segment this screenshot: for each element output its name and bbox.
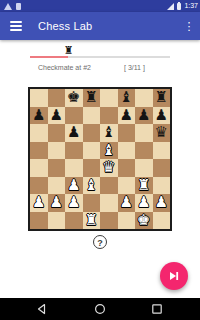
square-c5[interactable] (65, 142, 83, 160)
square-g1[interactable]: ♚ (135, 212, 153, 230)
piece-black-pawn: ♟ (137, 107, 150, 124)
piece-black-rook: ♜ (85, 89, 98, 106)
square-g4[interactable] (135, 159, 153, 177)
square-d2[interactable] (83, 194, 101, 212)
square-d6[interactable] (83, 124, 101, 142)
square-b4[interactable] (48, 159, 66, 177)
square-b2[interactable]: ♟ (48, 194, 66, 212)
square-b6[interactable] (48, 124, 66, 142)
piece-white-rook: ♜ (85, 212, 98, 229)
square-f6[interactable] (118, 124, 136, 142)
square-e2[interactable] (100, 194, 118, 212)
square-a5[interactable] (30, 142, 48, 160)
piece-black-rook: ♜ (155, 89, 168, 106)
skip-next-icon (168, 270, 180, 282)
square-c3[interactable]: ♟ (65, 177, 83, 195)
navigation-bar (0, 298, 200, 320)
piece-white-rook: ♜ (137, 177, 150, 194)
back-icon[interactable] (36, 303, 48, 315)
help-button[interactable]: ? (93, 235, 107, 249)
square-c2[interactable]: ♟ (65, 194, 83, 212)
piece-black-pawn: ♟ (155, 107, 168, 124)
square-d3[interactable]: ♝ (83, 177, 101, 195)
square-g3[interactable]: ♜ (135, 177, 153, 195)
piece-black-queen: ♛ (155, 124, 168, 141)
square-h3[interactable] (153, 177, 171, 195)
piece-white-pawn: ♟ (137, 194, 150, 211)
square-g8[interactable] (135, 89, 153, 107)
square-b3[interactable] (48, 177, 66, 195)
square-a6[interactable] (30, 124, 48, 142)
square-c1[interactable] (65, 212, 83, 230)
page-title: Chess Lab (38, 12, 92, 40)
overflow-menu-icon[interactable]: ⋮ (183, 19, 195, 33)
square-b5[interactable] (48, 142, 66, 160)
square-h6[interactable]: ♛ (153, 124, 171, 142)
square-c4[interactable] (65, 159, 83, 177)
piece-white-bishop: ♝ (85, 177, 98, 194)
piece-white-bishop: ♝ (102, 142, 115, 159)
puzzle-counter: [ 3/11 ] (124, 64, 145, 71)
square-a3[interactable] (30, 177, 48, 195)
square-a1[interactable] (30, 212, 48, 230)
square-d8[interactable]: ♜ (83, 89, 101, 107)
square-h4[interactable] (153, 159, 171, 177)
square-e6[interactable]: ♝ (100, 124, 118, 142)
sd-card-icon (16, 3, 21, 10)
square-e5[interactable]: ♝ (100, 142, 118, 160)
piece-white-pawn: ♟ (120, 194, 133, 211)
piece-white-pawn: ♟ (50, 194, 63, 211)
square-g5[interactable] (135, 142, 153, 160)
piece-white-king: ♚ (137, 212, 150, 229)
square-e7[interactable] (100, 107, 118, 125)
square-a4[interactable] (30, 159, 48, 177)
app-bar: Chess Lab ⋮ (0, 12, 200, 40)
square-a8[interactable] (30, 89, 48, 107)
piece-black-pawn: ♟ (50, 107, 63, 124)
piece-black-pawn: ♟ (120, 107, 133, 124)
next-puzzle-fab[interactable] (160, 262, 188, 290)
puzzle-slider[interactable]: ♜ (30, 48, 170, 64)
piece-white-pawn: ♟ (67, 177, 80, 194)
square-h1[interactable] (153, 212, 171, 230)
square-e8[interactable] (100, 89, 118, 107)
clock-text: 1:37 (184, 2, 198, 10)
slider-fill (30, 56, 68, 58)
square-c6[interactable]: ♟ (65, 124, 83, 142)
warning-icon (4, 3, 12, 10)
battery-icon (177, 3, 181, 10)
status-bar-left-icons (4, 2, 21, 10)
square-g6[interactable] (135, 124, 153, 142)
square-c7[interactable] (65, 107, 83, 125)
piece-black-king: ♚ (67, 89, 80, 106)
square-h7[interactable]: ♟ (153, 107, 171, 125)
square-h5[interactable] (153, 142, 171, 160)
status-bar: 1:37 (0, 0, 200, 12)
square-b8[interactable] (48, 89, 66, 107)
chess-board: ♚♜♝♜♟♟♟♟♟♟♝♛♝♛♟♝♜♟♟♟♟♟♟♜♚ (28, 87, 172, 231)
square-d1[interactable]: ♜ (83, 212, 101, 230)
piece-black-pawn: ♟ (32, 107, 45, 124)
app-screen: 1:37 Chess Lab ⋮ ♜ Checkmate at #2 [ 3/1… (0, 0, 200, 320)
square-h2[interactable]: ♟ (153, 194, 171, 212)
piece-white-queen: ♛ (102, 159, 115, 176)
piece-white-pawn: ♟ (155, 194, 168, 211)
piece-black-bishop: ♝ (102, 124, 115, 141)
square-f4[interactable] (118, 159, 136, 177)
square-f5[interactable] (118, 142, 136, 160)
square-c8[interactable]: ♚ (65, 89, 83, 107)
square-g7[interactable]: ♟ (135, 107, 153, 125)
recents-icon[interactable] (151, 303, 163, 315)
square-f2[interactable]: ♟ (118, 194, 136, 212)
signal-icon (167, 3, 174, 10)
square-f7[interactable]: ♟ (118, 107, 136, 125)
puzzle-title: Checkmate at #2 (38, 64, 91, 71)
slider-thumb-rook-icon[interactable]: ♜ (64, 45, 74, 57)
status-bar-right-icons: 1:37 (167, 2, 198, 10)
square-b7[interactable]: ♟ (48, 107, 66, 125)
hamburger-menu-icon[interactable] (10, 21, 22, 31)
square-d5[interactable] (83, 142, 101, 160)
square-e4[interactable]: ♛ (100, 159, 118, 177)
piece-white-pawn: ♟ (32, 194, 45, 211)
square-b1[interactable] (48, 212, 66, 230)
square-f3[interactable] (118, 177, 136, 195)
square-a2[interactable]: ♟ (30, 194, 48, 212)
piece-black-bishop: ♝ (120, 89, 133, 106)
square-f8[interactable]: ♝ (118, 89, 136, 107)
piece-white-pawn: ♟ (67, 194, 80, 211)
square-e1[interactable] (100, 212, 118, 230)
square-d4[interactable] (83, 159, 101, 177)
square-a7[interactable]: ♟ (30, 107, 48, 125)
square-h8[interactable]: ♜ (153, 89, 171, 107)
square-f1[interactable] (118, 212, 136, 230)
piece-black-pawn: ♟ (67, 124, 80, 141)
square-g2[interactable]: ♟ (135, 194, 153, 212)
square-d7[interactable] (83, 107, 101, 125)
home-icon[interactable] (94, 303, 106, 315)
square-e3[interactable] (100, 177, 118, 195)
